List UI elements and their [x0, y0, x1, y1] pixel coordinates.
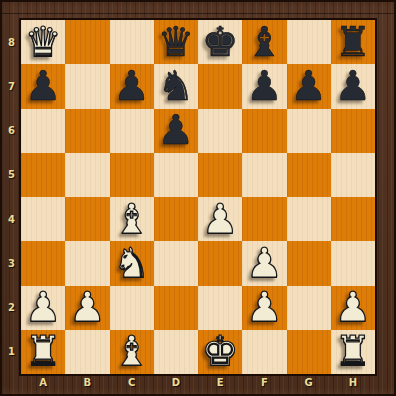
- piece-black-rook[interactable]: ♜: [334, 22, 371, 63]
- file-label-d: D: [154, 377, 198, 392]
- square-a8[interactable]: ♛: [21, 20, 65, 64]
- piece-black-queen[interactable]: ♛: [157, 22, 194, 63]
- square-a2[interactable]: ♟: [21, 286, 65, 330]
- piece-black-bishop[interactable]: ♝: [246, 22, 283, 63]
- square-f7[interactable]: ♟: [242, 64, 286, 108]
- square-d3[interactable]: [154, 241, 198, 285]
- square-c7[interactable]: ♟: [110, 64, 154, 108]
- piece-black-pawn[interactable]: ♟: [157, 110, 194, 151]
- file-label-e: E: [198, 377, 242, 392]
- square-g7[interactable]: ♟: [287, 64, 331, 108]
- file-label-g: G: [287, 377, 331, 392]
- square-b2[interactable]: ♟: [65, 286, 109, 330]
- square-c3[interactable]: ♞: [110, 241, 154, 285]
- square-f6[interactable]: [242, 109, 286, 153]
- square-d5[interactable]: [154, 153, 198, 197]
- square-d2[interactable]: [154, 286, 198, 330]
- piece-white-bishop[interactable]: ♝: [113, 331, 150, 372]
- square-g5[interactable]: [287, 153, 331, 197]
- rank-label-3: 3: [0, 241, 19, 285]
- square-c1[interactable]: ♝: [110, 330, 154, 374]
- square-b8[interactable]: [65, 20, 109, 64]
- square-d8[interactable]: ♛: [154, 20, 198, 64]
- rank-label-5: 5: [0, 153, 19, 197]
- square-b3[interactable]: [65, 241, 109, 285]
- rank-label-7: 7: [0, 64, 19, 108]
- square-e2[interactable]: [198, 286, 242, 330]
- square-c4[interactable]: ♝: [110, 197, 154, 241]
- square-f3[interactable]: ♟: [242, 241, 286, 285]
- square-g8[interactable]: [287, 20, 331, 64]
- file-label-f: F: [242, 377, 286, 392]
- square-f5[interactable]: [242, 153, 286, 197]
- square-f8[interactable]: ♝: [242, 20, 286, 64]
- piece-black-knight[interactable]: ♞: [157, 66, 194, 107]
- file-label-b: B: [65, 377, 109, 392]
- piece-white-pawn[interactable]: ♟: [246, 243, 283, 284]
- file-label-a: A: [21, 377, 65, 392]
- square-g3[interactable]: [287, 241, 331, 285]
- square-c8[interactable]: [110, 20, 154, 64]
- square-h7[interactable]: ♟: [331, 64, 375, 108]
- piece-black-pawn[interactable]: ♟: [334, 66, 371, 107]
- square-e6[interactable]: [198, 109, 242, 153]
- square-f4[interactable]: [242, 197, 286, 241]
- piece-white-rook[interactable]: ♜: [334, 331, 371, 372]
- rank-label-6: 6: [0, 109, 19, 153]
- square-h3[interactable]: [331, 241, 375, 285]
- piece-white-pawn[interactable]: ♟: [202, 199, 239, 240]
- square-h6[interactable]: [331, 109, 375, 153]
- square-d6[interactable]: ♟: [154, 109, 198, 153]
- square-a1[interactable]: ♜: [21, 330, 65, 374]
- square-e3[interactable]: [198, 241, 242, 285]
- square-b1[interactable]: [65, 330, 109, 374]
- square-h4[interactable]: [331, 197, 375, 241]
- square-a7[interactable]: ♟: [21, 64, 65, 108]
- square-a3[interactable]: [21, 241, 65, 285]
- square-g4[interactable]: [287, 197, 331, 241]
- file-label-h: H: [331, 377, 375, 392]
- piece-white-pawn[interactable]: ♟: [246, 287, 283, 328]
- square-f2[interactable]: ♟: [242, 286, 286, 330]
- piece-white-pawn[interactable]: ♟: [334, 287, 371, 328]
- square-b7[interactable]: [65, 64, 109, 108]
- square-e1[interactable]: ♚: [198, 330, 242, 374]
- square-g1[interactable]: [287, 330, 331, 374]
- piece-black-pawn[interactable]: ♟: [25, 66, 62, 107]
- square-d7[interactable]: ♞: [154, 64, 198, 108]
- square-d1[interactable]: [154, 330, 198, 374]
- square-g6[interactable]: [287, 109, 331, 153]
- square-h1[interactable]: ♜: [331, 330, 375, 374]
- rank-labels: 87654321: [0, 20, 19, 374]
- square-e7[interactable]: [198, 64, 242, 108]
- square-c6[interactable]: [110, 109, 154, 153]
- square-b4[interactable]: [65, 197, 109, 241]
- square-e8[interactable]: ♚: [198, 20, 242, 64]
- square-a6[interactable]: [21, 109, 65, 153]
- piece-black-pawn[interactable]: ♟: [290, 66, 327, 107]
- piece-white-king[interactable]: ♚: [202, 331, 239, 372]
- square-e5[interactable]: [198, 153, 242, 197]
- square-e4[interactable]: ♟: [198, 197, 242, 241]
- chessboard-frame: 87654321 ♛♛♚♝♜♟♟♞♟♟♟♟♝♟♞♟♟♟♟♟♜♝♚♜ ABCDEF…: [0, 0, 396, 396]
- piece-white-knight[interactable]: ♞: [113, 243, 150, 284]
- piece-white-queen[interactable]: ♛: [25, 22, 62, 63]
- frame-plank-seam: [2, 13, 394, 14]
- square-a5[interactable]: [21, 153, 65, 197]
- piece-white-pawn[interactable]: ♟: [25, 287, 62, 328]
- rank-label-1: 1: [0, 330, 19, 374]
- piece-white-rook[interactable]: ♜: [25, 331, 62, 372]
- square-c2[interactable]: [110, 286, 154, 330]
- file-labels: ABCDEFGH: [21, 377, 375, 392]
- square-b5[interactable]: [65, 153, 109, 197]
- square-f1[interactable]: [242, 330, 286, 374]
- rank-label-4: 4: [0, 197, 19, 241]
- file-label-c: C: [110, 377, 154, 392]
- square-c5[interactable]: [110, 153, 154, 197]
- piece-black-king[interactable]: ♚: [202, 22, 239, 63]
- square-h5[interactable]: [331, 153, 375, 197]
- chess-board: ♛♛♚♝♜♟♟♞♟♟♟♟♝♟♞♟♟♟♟♟♜♝♚♜: [19, 18, 377, 376]
- square-h2[interactable]: ♟: [331, 286, 375, 330]
- piece-white-bishop[interactable]: ♝: [113, 199, 150, 240]
- square-h8[interactable]: ♜: [331, 20, 375, 64]
- rank-label-8: 8: [0, 20, 19, 64]
- piece-black-pawn[interactable]: ♟: [113, 66, 150, 107]
- piece-white-pawn[interactable]: ♟: [69, 287, 106, 328]
- piece-black-pawn[interactable]: ♟: [246, 66, 283, 107]
- square-g2[interactable]: [287, 286, 331, 330]
- square-d4[interactable]: [154, 197, 198, 241]
- rank-label-2: 2: [0, 286, 19, 330]
- square-b6[interactable]: [65, 109, 109, 153]
- square-a4[interactable]: [21, 197, 65, 241]
